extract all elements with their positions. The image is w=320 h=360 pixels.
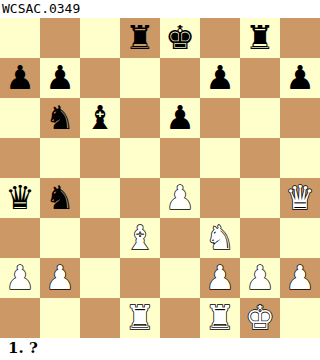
chess-board: ♜♚♜♟♟♟♟♞♝♟♛♞♟♛♝♞♟♟♟♟♟♜♜♚ bbox=[0, 18, 320, 338]
square-h6[interactable] bbox=[280, 98, 320, 138]
square-c6[interactable]: ♝ bbox=[80, 98, 120, 138]
piece-black-rook[interactable]: ♜ bbox=[245, 18, 275, 58]
move-prompt: 1. ? bbox=[0, 338, 320, 360]
piece-black-queen[interactable]: ♛ bbox=[5, 178, 35, 218]
square-a4[interactable]: ♛ bbox=[0, 178, 40, 218]
square-b6[interactable]: ♞ bbox=[40, 98, 80, 138]
square-f5[interactable] bbox=[200, 138, 240, 178]
piece-white-pawn[interactable]: ♟ bbox=[285, 258, 315, 298]
piece-black-pawn[interactable]: ♟ bbox=[5, 58, 35, 98]
square-f6[interactable] bbox=[200, 98, 240, 138]
square-d6[interactable] bbox=[120, 98, 160, 138]
square-e1[interactable] bbox=[160, 298, 200, 338]
square-c5[interactable] bbox=[80, 138, 120, 178]
square-c3[interactable] bbox=[80, 218, 120, 258]
square-g2[interactable]: ♟ bbox=[240, 258, 280, 298]
square-e4[interactable]: ♟ bbox=[160, 178, 200, 218]
square-g4[interactable] bbox=[240, 178, 280, 218]
square-f1[interactable]: ♜ bbox=[200, 298, 240, 338]
square-h4[interactable]: ♛ bbox=[280, 178, 320, 218]
piece-white-rook[interactable]: ♜ bbox=[125, 298, 155, 338]
square-a6[interactable] bbox=[0, 98, 40, 138]
square-b4[interactable]: ♞ bbox=[40, 178, 80, 218]
square-e2[interactable] bbox=[160, 258, 200, 298]
piece-white-bishop[interactable]: ♝ bbox=[125, 218, 155, 258]
piece-black-pawn[interactable]: ♟ bbox=[205, 58, 235, 98]
square-c1[interactable] bbox=[80, 298, 120, 338]
square-a3[interactable] bbox=[0, 218, 40, 258]
square-f7[interactable]: ♟ bbox=[200, 58, 240, 98]
square-g1[interactable]: ♚ bbox=[240, 298, 280, 338]
square-d1[interactable]: ♜ bbox=[120, 298, 160, 338]
square-e7[interactable] bbox=[160, 58, 200, 98]
square-d2[interactable] bbox=[120, 258, 160, 298]
piece-black-rook[interactable]: ♜ bbox=[125, 18, 155, 58]
piece-white-queen[interactable]: ♛ bbox=[285, 178, 315, 218]
square-c7[interactable] bbox=[80, 58, 120, 98]
square-e6[interactable]: ♟ bbox=[160, 98, 200, 138]
piece-white-rook[interactable]: ♜ bbox=[205, 298, 235, 338]
square-f3[interactable]: ♞ bbox=[200, 218, 240, 258]
square-d7[interactable] bbox=[120, 58, 160, 98]
square-h7[interactable]: ♟ bbox=[280, 58, 320, 98]
piece-white-pawn[interactable]: ♟ bbox=[5, 258, 35, 298]
piece-white-pawn[interactable]: ♟ bbox=[205, 258, 235, 298]
square-a5[interactable] bbox=[0, 138, 40, 178]
square-c4[interactable] bbox=[80, 178, 120, 218]
square-e5[interactable] bbox=[160, 138, 200, 178]
square-g7[interactable] bbox=[240, 58, 280, 98]
square-b2[interactable]: ♟ bbox=[40, 258, 80, 298]
square-h5[interactable] bbox=[280, 138, 320, 178]
square-d3[interactable]: ♝ bbox=[120, 218, 160, 258]
square-b8[interactable] bbox=[40, 18, 80, 58]
square-h1[interactable] bbox=[280, 298, 320, 338]
square-g6[interactable] bbox=[240, 98, 280, 138]
piece-black-bishop[interactable]: ♝ bbox=[85, 98, 115, 138]
square-b1[interactable] bbox=[40, 298, 80, 338]
piece-white-pawn[interactable]: ♟ bbox=[165, 178, 195, 218]
square-e3[interactable] bbox=[160, 218, 200, 258]
piece-black-king[interactable]: ♚ bbox=[165, 18, 195, 58]
square-d4[interactable] bbox=[120, 178, 160, 218]
square-b7[interactable]: ♟ bbox=[40, 58, 80, 98]
piece-black-pawn[interactable]: ♟ bbox=[285, 58, 315, 98]
square-c8[interactable] bbox=[80, 18, 120, 58]
square-a7[interactable]: ♟ bbox=[0, 58, 40, 98]
square-b5[interactable] bbox=[40, 138, 80, 178]
square-d8[interactable]: ♜ bbox=[120, 18, 160, 58]
piece-black-pawn[interactable]: ♟ bbox=[45, 58, 75, 98]
square-h2[interactable]: ♟ bbox=[280, 258, 320, 298]
square-f2[interactable]: ♟ bbox=[200, 258, 240, 298]
square-a1[interactable] bbox=[0, 298, 40, 338]
piece-white-knight[interactable]: ♞ bbox=[205, 218, 235, 258]
square-h8[interactable] bbox=[280, 18, 320, 58]
square-a8[interactable] bbox=[0, 18, 40, 58]
square-f8[interactable] bbox=[200, 18, 240, 58]
square-c2[interactable] bbox=[80, 258, 120, 298]
square-g8[interactable]: ♜ bbox=[240, 18, 280, 58]
piece-white-pawn[interactable]: ♟ bbox=[45, 258, 75, 298]
square-f4[interactable] bbox=[200, 178, 240, 218]
piece-black-pawn[interactable]: ♟ bbox=[165, 98, 195, 138]
diagram-frame: WCSAC.0349 ♜♚♜♟♟♟♟♞♝♟♛♞♟♛♝♞♟♟♟♟♟♜♜♚ 1. ? bbox=[0, 0, 320, 360]
diagram-title: WCSAC.0349 bbox=[0, 0, 320, 18]
square-h3[interactable] bbox=[280, 218, 320, 258]
piece-white-pawn[interactable]: ♟ bbox=[245, 258, 275, 298]
square-e8[interactable]: ♚ bbox=[160, 18, 200, 58]
piece-black-knight[interactable]: ♞ bbox=[45, 178, 75, 218]
piece-black-knight[interactable]: ♞ bbox=[45, 98, 75, 138]
square-b3[interactable] bbox=[40, 218, 80, 258]
piece-white-king[interactable]: ♚ bbox=[245, 298, 275, 338]
square-a2[interactable]: ♟ bbox=[0, 258, 40, 298]
square-g5[interactable] bbox=[240, 138, 280, 178]
square-g3[interactable] bbox=[240, 218, 280, 258]
square-d5[interactable] bbox=[120, 138, 160, 178]
